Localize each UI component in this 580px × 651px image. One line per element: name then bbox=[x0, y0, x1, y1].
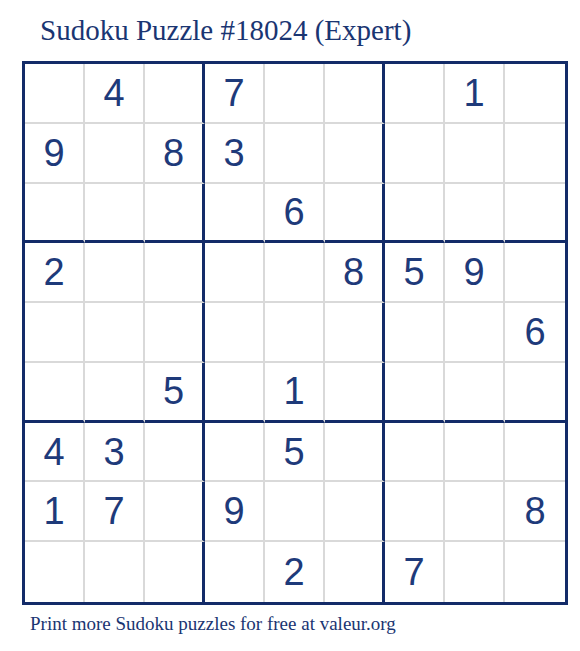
cell-r6c4-empty[interactable] bbox=[205, 363, 265, 423]
cell-r5c3-empty[interactable] bbox=[145, 303, 205, 363]
cell-r3c7-empty[interactable] bbox=[385, 184, 445, 244]
cell-r8c9-given: 8 bbox=[505, 482, 565, 542]
cell-r6c3-given: 5 bbox=[145, 363, 205, 423]
cell-r6c1-empty[interactable] bbox=[25, 363, 85, 423]
cell-r7c2-given: 3 bbox=[85, 423, 145, 483]
cell-r2c8-empty[interactable] bbox=[445, 124, 505, 184]
cell-r8c1-given: 1 bbox=[25, 482, 85, 542]
cell-r5c5-empty[interactable] bbox=[265, 303, 325, 363]
page-title: Sudoku Puzzle #18024 (Expert) bbox=[40, 14, 411, 47]
footer-note: Print more Sudoku puzzles for free at va… bbox=[30, 613, 396, 635]
cell-r9c3-empty[interactable] bbox=[145, 542, 205, 602]
cell-r3c4-empty[interactable] bbox=[205, 184, 265, 244]
cell-r6c6-empty[interactable] bbox=[325, 363, 385, 423]
cell-r5c9-given: 6 bbox=[505, 303, 565, 363]
cell-r7c5-given: 5 bbox=[265, 423, 325, 483]
cell-r1c2-given: 4 bbox=[85, 64, 145, 124]
cell-r2c6-empty[interactable] bbox=[325, 124, 385, 184]
cell-r7c3-empty[interactable] bbox=[145, 423, 205, 483]
cell-r1c5-empty[interactable] bbox=[265, 64, 325, 124]
cell-r6c7-empty[interactable] bbox=[385, 363, 445, 423]
cell-r3c3-empty[interactable] bbox=[145, 184, 205, 244]
cell-r2c4-given: 3 bbox=[205, 124, 265, 184]
cell-r8c4-given: 9 bbox=[205, 482, 265, 542]
cell-r9c4-empty[interactable] bbox=[205, 542, 265, 602]
cell-r6c2-empty[interactable] bbox=[85, 363, 145, 423]
cell-r9c9-empty[interactable] bbox=[505, 542, 565, 602]
cell-r8c3-empty[interactable] bbox=[145, 482, 205, 542]
cell-r3c1-empty[interactable] bbox=[25, 184, 85, 244]
cell-r7c1-given: 4 bbox=[25, 423, 85, 483]
cell-r9c7-given: 7 bbox=[385, 542, 445, 602]
cell-r3c8-empty[interactable] bbox=[445, 184, 505, 244]
cell-r5c1-empty[interactable] bbox=[25, 303, 85, 363]
cell-r1c9-empty[interactable] bbox=[505, 64, 565, 124]
cell-r1c6-empty[interactable] bbox=[325, 64, 385, 124]
cell-r9c2-empty[interactable] bbox=[85, 542, 145, 602]
cell-r3c6-empty[interactable] bbox=[325, 184, 385, 244]
cell-r6c9-empty[interactable] bbox=[505, 363, 565, 423]
cell-r4c4-empty[interactable] bbox=[205, 243, 265, 303]
cell-r7c8-empty[interactable] bbox=[445, 423, 505, 483]
cell-r2c7-empty[interactable] bbox=[385, 124, 445, 184]
cell-r5c6-empty[interactable] bbox=[325, 303, 385, 363]
cell-r5c4-empty[interactable] bbox=[205, 303, 265, 363]
cell-r4c6-given: 8 bbox=[325, 243, 385, 303]
cell-r7c4-empty[interactable] bbox=[205, 423, 265, 483]
cell-r3c2-empty[interactable] bbox=[85, 184, 145, 244]
cell-r8c8-empty[interactable] bbox=[445, 482, 505, 542]
cell-r3c9-empty[interactable] bbox=[505, 184, 565, 244]
cell-r2c2-empty[interactable] bbox=[85, 124, 145, 184]
cell-r8c5-empty[interactable] bbox=[265, 482, 325, 542]
cell-r1c1-empty[interactable] bbox=[25, 64, 85, 124]
cell-r4c2-empty[interactable] bbox=[85, 243, 145, 303]
cell-r4c1-given: 2 bbox=[25, 243, 85, 303]
cell-r2c3-given: 8 bbox=[145, 124, 205, 184]
cell-r5c7-empty[interactable] bbox=[385, 303, 445, 363]
cell-r9c6-empty[interactable] bbox=[325, 542, 385, 602]
cell-r4c7-given: 5 bbox=[385, 243, 445, 303]
cell-r3c5-given: 6 bbox=[265, 184, 325, 244]
cell-r2c9-empty[interactable] bbox=[505, 124, 565, 184]
cell-r2c5-empty[interactable] bbox=[265, 124, 325, 184]
cell-r1c3-empty[interactable] bbox=[145, 64, 205, 124]
cell-r9c8-empty[interactable] bbox=[445, 542, 505, 602]
cell-r1c4-given: 7 bbox=[205, 64, 265, 124]
cell-r6c8-empty[interactable] bbox=[445, 363, 505, 423]
cell-r9c5-given: 2 bbox=[265, 542, 325, 602]
cell-r4c8-given: 9 bbox=[445, 243, 505, 303]
cell-r8c6-empty[interactable] bbox=[325, 482, 385, 542]
cell-r6c5-given: 1 bbox=[265, 363, 325, 423]
cell-r4c3-empty[interactable] bbox=[145, 243, 205, 303]
cell-r7c6-empty[interactable] bbox=[325, 423, 385, 483]
cell-r4c9-empty[interactable] bbox=[505, 243, 565, 303]
cell-r9c1-empty[interactable] bbox=[25, 542, 85, 602]
cell-r5c8-empty[interactable] bbox=[445, 303, 505, 363]
cell-r7c7-empty[interactable] bbox=[385, 423, 445, 483]
cell-r1c8-given: 1 bbox=[445, 64, 505, 124]
cell-r8c7-empty[interactable] bbox=[385, 482, 445, 542]
sudoku-board: 47198362859651435179827 bbox=[22, 61, 568, 605]
cell-r7c9-empty[interactable] bbox=[505, 423, 565, 483]
cell-r4c5-empty[interactable] bbox=[265, 243, 325, 303]
cell-r1c7-empty[interactable] bbox=[385, 64, 445, 124]
cell-r8c2-given: 7 bbox=[85, 482, 145, 542]
cell-r2c1-given: 9 bbox=[25, 124, 85, 184]
cell-r5c2-empty[interactable] bbox=[85, 303, 145, 363]
